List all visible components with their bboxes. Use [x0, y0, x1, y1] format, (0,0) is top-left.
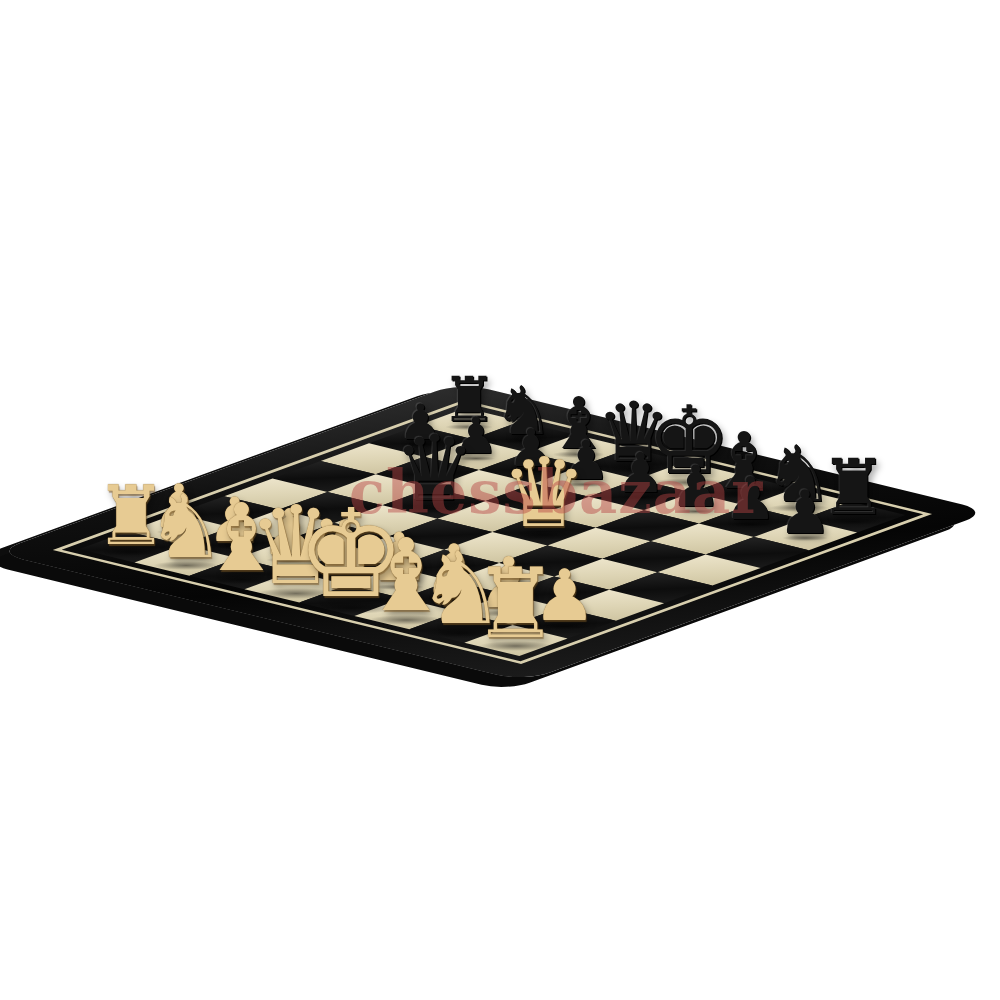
piece-white-queen-e5[interactable]: ♛ [496, 445, 592, 541]
piece-black-pawn-f7[interactable]: ♟ [667, 458, 724, 515]
product-photo-stage: ♜♞♝♛♚♝♞♜♟♟♟♟♟♟♟♟♛♛♟♟♟♟♟♟♟♟♜♞♝♛♚♝♞♜ chess… [0, 0, 1000, 1000]
piece-white-rook-h1[interactable]: ♜ [467, 555, 564, 652]
piece-black-pawn-h7[interactable]: ♟ [775, 482, 835, 542]
pieces-layer: ♜♞♝♛♚♝♞♜♟♟♟♟♟♟♟♟♛♛♟♟♟♟♟♟♟♟♜♞♝♛♚♝♞♜ [0, 0, 1000, 1000]
piece-black-pawn-e7[interactable]: ♟ [613, 446, 668, 501]
piece-black-pawn-g7[interactable]: ♟ [721, 469, 780, 528]
